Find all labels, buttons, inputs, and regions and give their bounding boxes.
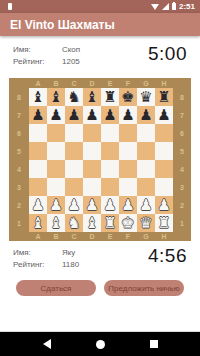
app-title: El Vinto Шахматы [10,18,115,32]
rank-label-right-3: 3 [173,178,191,196]
rank-label-left-5: 5 [9,142,29,160]
piece-black-bishop[interactable]: ♝ [31,88,44,106]
square-c2[interactable]: ♟ [65,196,83,214]
square-f6[interactable] [119,124,137,142]
square-c3[interactable] [65,178,83,196]
piece-white-pawn[interactable]: ♟ [121,196,134,214]
board-corner [173,232,191,241]
square-a7[interactable]: ♟ [29,106,47,124]
file-label-bottom-c: C [65,232,83,241]
square-d4[interactable] [83,160,101,178]
rank-label-right-4: 4 [173,160,191,178]
square-c4[interactable] [65,160,83,178]
square-a4[interactable] [29,160,47,178]
piece-white-queen[interactable]: ♛ [139,214,152,232]
rank-label-left-8: 8 [9,88,29,106]
piece-white-knight[interactable]: ♞ [67,214,80,232]
square-f2[interactable]: ♟ [119,196,137,214]
opponent-name-label: Имя: [13,44,62,56]
square-g4[interactable] [137,160,155,178]
square-e1[interactable]: ♜ [101,214,119,232]
piece-white-bishop[interactable]: ♝ [31,214,44,232]
square-a1[interactable]: ♝ [29,214,47,232]
square-f1[interactable]: ♚ [119,214,137,232]
file-label-top-b: B [47,78,65,88]
square-d3[interactable] [83,178,101,196]
square-d5[interactable] [83,142,101,160]
square-c8[interactable]: ♞ [65,88,83,106]
square-b7[interactable]: ♟ [47,106,65,124]
square-b8[interactable]: ♝ [47,88,65,106]
square-b2[interactable]: ♟ [47,196,65,214]
file-label-bottom-f: F [119,232,137,241]
square-f8[interactable]: ♚ [119,88,137,106]
rank-label-right-5: 5 [173,142,191,160]
piece-black-king[interactable]: ♚ [121,88,134,106]
square-d2[interactable]: ♟ [83,196,101,214]
square-h3[interactable] [155,178,173,196]
square-f7[interactable]: ♟ [119,106,137,124]
square-h2[interactable]: ♟ [155,196,173,214]
square-a2[interactable]: ♟ [29,196,47,214]
square-f4[interactable] [119,160,137,178]
piece-black-pawn[interactable]: ♟ [49,106,62,124]
file-label-bottom-b: B [47,232,65,241]
piece-black-rook[interactable]: ♜ [103,88,116,106]
app-bar: El Vinto Шахматы [0,13,200,36]
square-d8[interactable]: ♝ [83,88,101,106]
opponent-name: Скоп [62,44,80,56]
square-a6[interactable] [29,124,47,142]
square-a3[interactable] [29,178,47,196]
square-h4[interactable] [155,160,173,178]
opponent-rating: 1205 [62,56,80,68]
square-g2[interactable]: ♟ [137,196,155,214]
board-corner [9,78,29,88]
square-g1[interactable]: ♛ [137,214,155,232]
player-rating-label: Рейтинг: [13,259,62,271]
square-e5[interactable] [101,142,119,160]
rank-label-right-7: 7 [173,106,191,124]
file-label-top-g: G [137,78,155,88]
square-h1[interactable]: ♜ [155,214,173,232]
file-label-top-c: C [65,78,83,88]
recents-icon[interactable] [150,340,158,348]
square-e6[interactable] [101,124,119,142]
wifi-icon [151,4,159,10]
square-h6[interactable] [155,124,173,142]
piece-black-bishop[interactable]: ♝ [49,88,62,106]
piece-white-king[interactable]: ♚ [121,214,134,232]
square-b6[interactable] [47,124,65,142]
square-c5[interactable] [65,142,83,160]
piece-black-rook[interactable]: ♜ [157,88,170,106]
file-label-top-a: A [29,78,47,88]
square-b4[interactable] [47,160,65,178]
rank-label-left-6: 6 [9,124,29,142]
file-label-bottom-d: D [83,232,101,241]
square-g7[interactable]: ♟ [137,106,155,124]
notification-icon [8,3,12,10]
piece-white-pawn[interactable]: ♟ [103,196,116,214]
piece-white-pawn[interactable]: ♟ [85,196,98,214]
file-label-top-f: F [119,78,137,88]
piece-white-pawn[interactable]: ♟ [157,196,170,214]
square-h5[interactable] [155,142,173,160]
cellular-signal-icon [162,3,169,10]
file-label-bottom-h: H [155,232,173,241]
piece-white-pawn[interactable]: ♟ [49,196,62,214]
rank-label-right-6: 6 [173,124,191,142]
file-label-bottom-g: G [137,232,155,241]
file-label-top-e: E [101,78,119,88]
board-corner [173,78,191,88]
android-nav-bar [0,331,200,356]
resign-button[interactable]: Сдаться [16,280,96,296]
opponent-info-panel: Имя: Скоп Рейтинг: 1205 5:00 [0,36,200,78]
square-d1[interactable]: ♝ [83,214,101,232]
square-c6[interactable] [65,124,83,142]
player-name: Яку [62,247,75,259]
piece-black-pawn[interactable]: ♟ [31,106,44,124]
square-e3[interactable] [101,178,119,196]
player-name-label: Имя: [13,247,62,259]
back-icon[interactable] [43,339,51,349]
square-b1[interactable]: ♝ [47,214,65,232]
square-d7[interactable]: ♟ [83,106,101,124]
rank-label-left-4: 4 [9,160,29,178]
piece-black-pawn[interactable]: ♟ [85,106,98,124]
piece-black-pawn[interactable]: ♟ [157,106,170,124]
piece-black-pawn[interactable]: ♟ [121,106,134,124]
piece-white-pawn[interactable]: ♟ [67,196,80,214]
home-icon[interactable] [96,340,105,349]
file-label-bottom-a: A [29,232,47,241]
player-info-panel: Имя: Яку Рейтинг: 1180 4:56 [0,241,200,272]
piece-white-bishop[interactable]: ♝ [49,214,62,232]
piece-black-bishop[interactable]: ♝ [85,88,98,106]
rank-label-left-1: 1 [9,214,29,232]
square-a8[interactable]: ♝ [29,88,47,106]
rank-label-right-1: 1 [173,214,191,232]
square-g5[interactable] [137,142,155,160]
piece-white-pawn[interactable]: ♟ [31,196,44,214]
file-label-top-d: D [83,78,101,88]
rank-label-left-3: 3 [9,178,29,196]
square-h7[interactable]: ♟ [155,106,173,124]
player-rating: 1180 [62,259,79,271]
piece-black-pawn[interactable]: ♟ [103,106,116,124]
rank-label-right-2: 2 [173,196,191,214]
square-f3[interactable] [119,178,137,196]
rank-label-left-7: 7 [9,106,29,124]
square-c7[interactable]: ♟ [65,106,83,124]
battery-icon [172,3,176,10]
rank-label-right-8: 8 [173,88,191,106]
square-c1[interactable]: ♞ [65,214,83,232]
square-f5[interactable] [119,142,137,160]
square-d6[interactable] [83,124,101,142]
board-corner [9,232,29,241]
piece-black-pawn[interactable]: ♟ [139,106,152,124]
piece-white-bishop[interactable]: ♝ [85,214,98,232]
piece-white-rook[interactable]: ♜ [157,214,170,232]
piece-white-rook[interactable]: ♜ [103,214,116,232]
status-bar: 2:51 [0,0,200,13]
action-buttons: Сдаться Предложить ничью [16,280,184,296]
square-b3[interactable] [47,178,65,196]
square-g3[interactable] [137,178,155,196]
square-e4[interactable] [101,160,119,178]
player-clock: 4:56 [148,245,187,267]
square-g6[interactable] [137,124,155,142]
square-g8[interactable]: ♛ [137,88,155,106]
file-label-top-h: H [155,78,173,88]
square-a5[interactable] [29,142,47,160]
square-e7[interactable]: ♟ [101,106,119,124]
opponent-clock: 5:00 [148,43,187,65]
rank-label-left-2: 2 [9,196,29,214]
opponent-rating-label: Рейтинг: [13,56,62,68]
board-frame: ABCDEFGH8♝♝♞♝♜♚♛♜87♟♟♟♟♟♟♟♟7665544332♟♟♟… [9,78,191,241]
square-h8[interactable]: ♜ [155,88,173,106]
status-time: 2:51 [179,2,195,11]
square-e8[interactable]: ♜ [101,88,119,106]
square-b5[interactable] [47,142,65,160]
offer-draw-button[interactable]: Предложить ничью [104,280,184,296]
piece-black-pawn[interactable]: ♟ [67,106,80,124]
piece-black-queen[interactable]: ♛ [139,88,152,106]
piece-black-knight[interactable]: ♞ [67,88,80,106]
square-e2[interactable]: ♟ [101,196,119,214]
file-label-bottom-e: E [101,232,119,241]
piece-white-pawn[interactable]: ♟ [139,196,152,214]
